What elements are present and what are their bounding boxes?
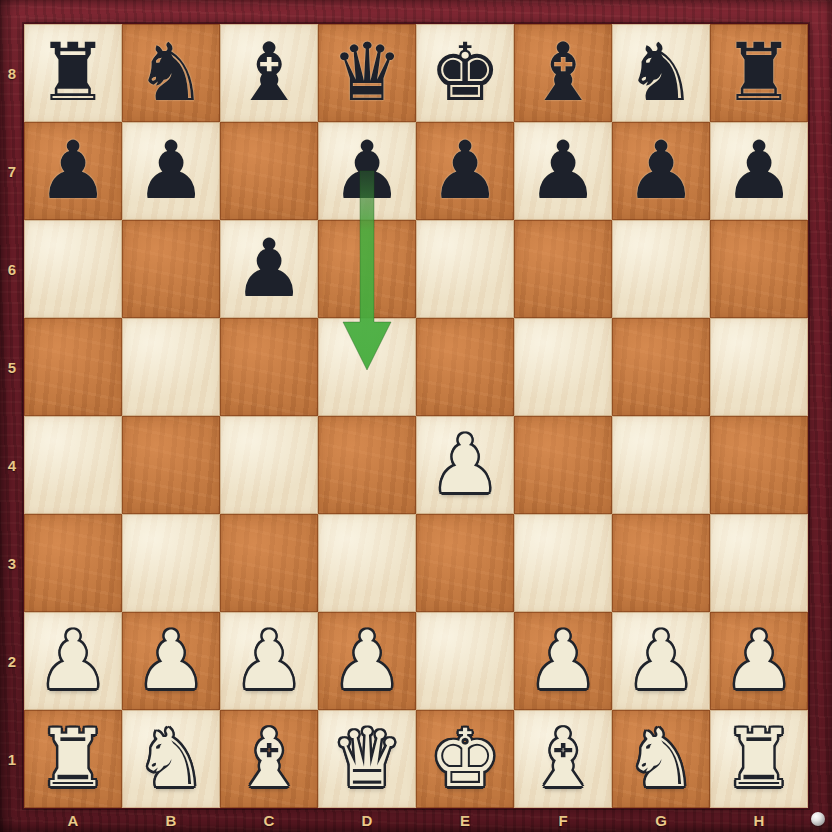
- square-a1[interactable]: ♜: [24, 710, 122, 808]
- square-e6[interactable]: [416, 220, 514, 318]
- piece-white-pawn[interactable]: ♟: [331, 612, 403, 710]
- square-a8[interactable]: ♜: [24, 24, 122, 122]
- square-a4[interactable]: [24, 416, 122, 514]
- square-c8[interactable]: ♝: [220, 24, 318, 122]
- piece-white-pawn[interactable]: ♟: [135, 612, 207, 710]
- file-label-g: G: [612, 808, 710, 832]
- square-c5[interactable]: [220, 318, 318, 416]
- square-h2[interactable]: ♟: [710, 612, 808, 710]
- piece-black-pawn[interactable]: ♟: [625, 122, 697, 220]
- file-label-b: B: [122, 808, 220, 832]
- square-b7[interactable]: ♟: [122, 122, 220, 220]
- square-b1[interactable]: ♞: [122, 710, 220, 808]
- piece-black-queen[interactable]: ♛: [331, 24, 403, 122]
- square-e1[interactable]: ♚: [416, 710, 514, 808]
- file-label-d: D: [318, 808, 416, 832]
- piece-white-pawn[interactable]: ♟: [37, 612, 109, 710]
- piece-black-pawn[interactable]: ♟: [233, 220, 305, 318]
- piece-white-pawn[interactable]: ♟: [429, 416, 501, 514]
- square-a7[interactable]: ♟: [24, 122, 122, 220]
- square-c6[interactable]: ♟: [220, 220, 318, 318]
- rank-label-6: 6: [0, 220, 24, 318]
- piece-black-pawn[interactable]: ♟: [429, 122, 501, 220]
- square-a2[interactable]: ♟: [24, 612, 122, 710]
- rank-label-1: 1: [0, 710, 24, 808]
- square-f7[interactable]: ♟: [514, 122, 612, 220]
- piece-white-rook[interactable]: ♜: [37, 710, 109, 808]
- square-d3[interactable]: [318, 514, 416, 612]
- square-d8[interactable]: ♛: [318, 24, 416, 122]
- piece-black-pawn[interactable]: ♟: [135, 122, 207, 220]
- piece-black-pawn[interactable]: ♟: [331, 122, 403, 220]
- corner-ball-decoration: [811, 812, 825, 826]
- square-a3[interactable]: [24, 514, 122, 612]
- square-c7[interactable]: [220, 122, 318, 220]
- piece-black-king[interactable]: ♚: [429, 24, 501, 122]
- square-e5[interactable]: [416, 318, 514, 416]
- square-b8[interactable]: ♞: [122, 24, 220, 122]
- piece-black-pawn[interactable]: ♟: [723, 122, 795, 220]
- piece-white-king[interactable]: ♚: [429, 710, 501, 808]
- square-f1[interactable]: ♝: [514, 710, 612, 808]
- square-d1[interactable]: ♛: [318, 710, 416, 808]
- rank-label-5: 5: [0, 318, 24, 416]
- rank-label-3: 3: [0, 514, 24, 612]
- rank-label-7: 7: [0, 122, 24, 220]
- square-h5[interactable]: [710, 318, 808, 416]
- file-label-a: A: [24, 808, 122, 832]
- square-a5[interactable]: [24, 318, 122, 416]
- square-g4[interactable]: [612, 416, 710, 514]
- square-c3[interactable]: [220, 514, 318, 612]
- square-d5[interactable]: [318, 318, 416, 416]
- square-f2[interactable]: ♟: [514, 612, 612, 710]
- piece-black-rook[interactable]: ♜: [723, 24, 795, 122]
- piece-white-queen[interactable]: ♛: [331, 710, 403, 808]
- square-b3[interactable]: [122, 514, 220, 612]
- piece-white-pawn[interactable]: ♟: [625, 612, 697, 710]
- file-labels: ABCDEFGH: [24, 808, 808, 832]
- square-g2[interactable]: ♟: [612, 612, 710, 710]
- piece-white-pawn[interactable]: ♟: [527, 612, 599, 710]
- square-g6[interactable]: [612, 220, 710, 318]
- square-e2[interactable]: [416, 612, 514, 710]
- square-b6[interactable]: [122, 220, 220, 318]
- file-label-h: H: [710, 808, 808, 832]
- square-g3[interactable]: [612, 514, 710, 612]
- piece-white-knight[interactable]: ♞: [625, 710, 697, 808]
- square-d6[interactable]: [318, 220, 416, 318]
- square-g1[interactable]: ♞: [612, 710, 710, 808]
- piece-black-pawn[interactable]: ♟: [527, 122, 599, 220]
- square-f8[interactable]: ♝: [514, 24, 612, 122]
- piece-white-bishop[interactable]: ♝: [233, 710, 305, 808]
- square-h4[interactable]: [710, 416, 808, 514]
- square-h3[interactable]: [710, 514, 808, 612]
- square-f6[interactable]: [514, 220, 612, 318]
- square-b5[interactable]: [122, 318, 220, 416]
- chess-board: ♜♞♝♛♚♝♞♜♟♟♟♟♟♟♟♟♟♟♟♟♟♟♟♟♜♞♝♛♚♝♞♜: [24, 24, 808, 808]
- chess-app: 87654321 ABCDEFGH ♜♞♝♛♚♝♞♜♟♟♟♟♟♟♟♟♟♟♟♟♟♟…: [0, 0, 832, 832]
- square-b2[interactable]: ♟: [122, 612, 220, 710]
- piece-white-pawn[interactable]: ♟: [723, 612, 795, 710]
- square-c1[interactable]: ♝: [220, 710, 318, 808]
- file-label-e: E: [416, 808, 514, 832]
- square-g8[interactable]: ♞: [612, 24, 710, 122]
- file-label-c: C: [220, 808, 318, 832]
- piece-white-pawn[interactable]: ♟: [233, 612, 305, 710]
- square-e4[interactable]: ♟: [416, 416, 514, 514]
- piece-black-rook[interactable]: ♜: [37, 24, 109, 122]
- square-b4[interactable]: [122, 416, 220, 514]
- square-f4[interactable]: [514, 416, 612, 514]
- square-c4[interactable]: [220, 416, 318, 514]
- rank-label-2: 2: [0, 612, 24, 710]
- square-e8[interactable]: ♚: [416, 24, 514, 122]
- square-d7[interactable]: ♟: [318, 122, 416, 220]
- piece-black-bishop[interactable]: ♝: [527, 24, 599, 122]
- piece-black-knight[interactable]: ♞: [625, 24, 697, 122]
- rank-label-4: 4: [0, 416, 24, 514]
- rank-labels: 87654321: [0, 24, 24, 808]
- square-a6[interactable]: [24, 220, 122, 318]
- square-f3[interactable]: [514, 514, 612, 612]
- square-f5[interactable]: [514, 318, 612, 416]
- piece-white-bishop[interactable]: ♝: [527, 710, 599, 808]
- piece-white-rook[interactable]: ♜: [723, 710, 795, 808]
- piece-black-bishop[interactable]: ♝: [233, 24, 305, 122]
- file-label-f: F: [514, 808, 612, 832]
- piece-black-pawn[interactable]: ♟: [37, 122, 109, 220]
- square-d2[interactable]: ♟: [318, 612, 416, 710]
- square-h6[interactable]: [710, 220, 808, 318]
- square-h1[interactable]: ♜: [710, 710, 808, 808]
- square-e3[interactable]: [416, 514, 514, 612]
- square-g5[interactable]: [612, 318, 710, 416]
- rank-label-8: 8: [0, 24, 24, 122]
- square-e7[interactable]: ♟: [416, 122, 514, 220]
- square-h7[interactable]: ♟: [710, 122, 808, 220]
- square-d4[interactable]: [318, 416, 416, 514]
- square-h8[interactable]: ♜: [710, 24, 808, 122]
- square-g7[interactable]: ♟: [612, 122, 710, 220]
- piece-white-knight[interactable]: ♞: [135, 710, 207, 808]
- square-c2[interactable]: ♟: [220, 612, 318, 710]
- piece-black-knight[interactable]: ♞: [135, 24, 207, 122]
